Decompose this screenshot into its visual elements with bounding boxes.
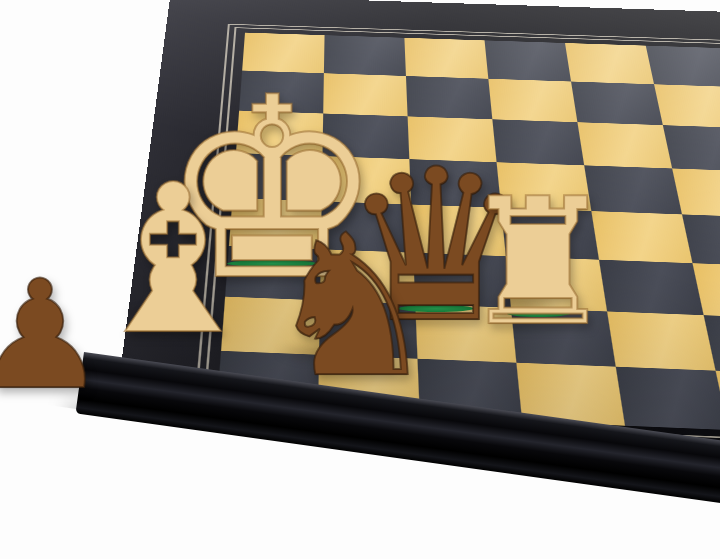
square-e8[interactable] <box>565 43 654 84</box>
square-f6[interactable] <box>663 125 720 171</box>
square-d8[interactable] <box>485 40 571 81</box>
square-f7[interactable] <box>654 84 720 128</box>
black-knight-glyph: ♞ <box>255 209 450 404</box>
piece-black-knight[interactable]: ♞ <box>255 209 450 404</box>
piece-white-rook[interactable]: ♜ <box>451 175 626 350</box>
white-rook-glyph: ♜ <box>451 175 626 350</box>
square-e1[interactable] <box>616 367 720 430</box>
square-c7[interactable] <box>406 76 492 119</box>
square-c8[interactable] <box>404 38 488 79</box>
square-f8[interactable] <box>646 46 720 87</box>
chess-product-photo: ♚♛♜♞♝♟ <box>0 0 720 559</box>
piece-black-pawn[interactable]: ♟ <box>0 260 115 410</box>
black-pawn-glyph: ♟ <box>0 260 115 410</box>
square-d7[interactable] <box>488 79 577 122</box>
square-e7[interactable] <box>571 82 663 126</box>
